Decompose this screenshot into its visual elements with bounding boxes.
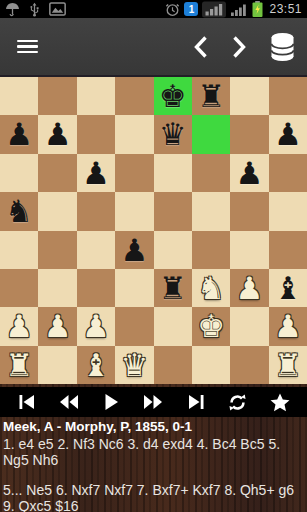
- piece-black-king[interactable]: ♚: [154, 77, 192, 115]
- square-f5[interactable]: [192, 192, 230, 230]
- chevron-right-icon: [230, 35, 249, 59]
- square-c2[interactable]: ♟: [77, 307, 115, 345]
- square-c1[interactable]: ♝: [77, 346, 115, 384]
- square-e1[interactable]: [154, 346, 192, 384]
- piece-black-pawn[interactable]: ♟: [77, 154, 115, 192]
- favorite-button[interactable]: [263, 389, 297, 415]
- usb-icon: [29, 2, 40, 17]
- piece-white-queen[interactable]: ♛: [115, 346, 153, 384]
- square-b7[interactable]: ♟: [38, 115, 76, 153]
- piece-black-pawn[interactable]: ♟: [38, 115, 76, 153]
- square-d2[interactable]: [115, 307, 153, 345]
- square-h8[interactable]: [269, 77, 307, 115]
- skip-to-start-button[interactable]: [10, 389, 44, 415]
- piece-black-knight[interactable]: ♞: [0, 192, 38, 230]
- alarm-clock-icon: [165, 2, 180, 17]
- piece-white-rook[interactable]: ♜: [0, 346, 38, 384]
- notification-badge: 1: [184, 2, 198, 16]
- square-b2[interactable]: ♟: [38, 307, 76, 345]
- square-b3[interactable]: [38, 269, 76, 307]
- piece-white-rook[interactable]: ♜: [269, 346, 307, 384]
- square-a6[interactable]: [0, 154, 38, 192]
- mainline-moves[interactable]: 1. e4 e5 2. Nf3 Nc6 3. d4 exd4 4. Bc4 Bc…: [3, 437, 304, 468]
- app-screen: 1 23:51: [0, 0, 307, 512]
- square-e4[interactable]: [154, 231, 192, 269]
- square-c4[interactable]: [77, 231, 115, 269]
- piece-black-queen[interactable]: ♛: [154, 115, 192, 153]
- database-button[interactable]: [269, 32, 296, 62]
- square-g6[interactable]: ♟: [230, 154, 268, 192]
- status-right-icons: 1 23:51: [165, 1, 302, 18]
- fast-forward-icon: [143, 394, 163, 410]
- square-h6[interactable]: [269, 154, 307, 192]
- database-icon: [269, 32, 296, 62]
- square-g7[interactable]: [230, 115, 268, 153]
- piece-black-bishop[interactable]: ♝: [269, 269, 307, 307]
- square-b4[interactable]: [38, 231, 76, 269]
- piece-black-rook[interactable]: ♜: [154, 269, 192, 307]
- next-game-button[interactable]: [230, 35, 249, 59]
- piece-black-pawn[interactable]: ♟: [0, 115, 38, 153]
- chevron-left-icon: [191, 35, 210, 59]
- square-a8[interactable]: [0, 77, 38, 115]
- piece-white-bishop[interactable]: ♝: [77, 346, 115, 384]
- square-d4[interactable]: ♟: [115, 231, 153, 269]
- square-f1[interactable]: [192, 346, 230, 384]
- menu-bar: [17, 45, 38, 48]
- square-d3[interactable]: [115, 269, 153, 307]
- rewind-icon: [59, 394, 79, 410]
- bottom-panel: Meek, A - Morphy, P, 1855, 0-1 1. e4 e5 …: [0, 384, 307, 512]
- clock-time: 23:51: [267, 2, 302, 16]
- square-a2[interactable]: ♟: [0, 307, 38, 345]
- action-bar-right: [191, 32, 296, 62]
- square-d5[interactable]: [115, 192, 153, 230]
- notification-count: 1: [189, 4, 195, 15]
- next-move-button[interactable]: [136, 389, 170, 415]
- star-icon: [270, 393, 290, 412]
- square-b1[interactable]: [38, 346, 76, 384]
- square-d1[interactable]: ♛: [115, 346, 153, 384]
- piece-white-pawn[interactable]: ♟: [38, 307, 76, 345]
- piece-black-pawn[interactable]: ♟: [269, 115, 307, 153]
- gallery-icon: [49, 2, 66, 16]
- square-f4[interactable]: [192, 231, 230, 269]
- chess-board[interactable]: ♚♜♟♟♛♟♟♟♞♟♜♞♟♝♟♟♟♚♟♜♝♛♜: [0, 77, 307, 384]
- play-button[interactable]: [94, 389, 128, 415]
- square-h4[interactable]: [269, 231, 307, 269]
- piece-white-knight[interactable]: ♞: [192, 269, 230, 307]
- piece-black-pawn[interactable]: ♟: [230, 154, 268, 192]
- umbrella-icon: [5, 2, 20, 17]
- status-left-icons: [5, 2, 66, 17]
- square-h5[interactable]: [269, 192, 307, 230]
- cell-signal-icon: [230, 2, 248, 17]
- piece-white-pawn[interactable]: ♟: [230, 269, 268, 307]
- square-b5[interactable]: [38, 192, 76, 230]
- square-f7[interactable]: [192, 115, 230, 153]
- playback-controls: [0, 387, 307, 417]
- square-e7[interactable]: ♛: [154, 115, 192, 153]
- square-c7[interactable]: [77, 115, 115, 153]
- piece-black-rook[interactable]: ♜: [192, 77, 230, 115]
- square-h7[interactable]: ♟: [269, 115, 307, 153]
- refresh-button[interactable]: [221, 389, 255, 415]
- square-e5[interactable]: [154, 192, 192, 230]
- square-b8[interactable]: [38, 77, 76, 115]
- square-g1[interactable]: [230, 346, 268, 384]
- piece-white-king[interactable]: ♚: [192, 307, 230, 345]
- square-g5[interactable]: [230, 192, 268, 230]
- square-b6[interactable]: [38, 154, 76, 192]
- piece-white-pawn[interactable]: ♟: [269, 307, 307, 345]
- square-e6[interactable]: [154, 154, 192, 192]
- piece-black-pawn[interactable]: ♟: [115, 231, 153, 269]
- square-d8[interactable]: [115, 77, 153, 115]
- square-d7[interactable]: [115, 115, 153, 153]
- square-e8[interactable]: ♚: [154, 77, 192, 115]
- square-c3[interactable]: [77, 269, 115, 307]
- square-e2[interactable]: [154, 307, 192, 345]
- square-g4[interactable]: [230, 231, 268, 269]
- square-g8[interactable]: [230, 77, 268, 115]
- square-f8[interactable]: ♜: [192, 77, 230, 115]
- square-f3[interactable]: ♞: [192, 269, 230, 307]
- menu-bar: [17, 51, 38, 54]
- square-g3[interactable]: ♟: [230, 269, 268, 307]
- skip-to-start-icon: [18, 394, 36, 410]
- square-a4[interactable]: [0, 231, 38, 269]
- square-f6[interactable]: [192, 154, 230, 192]
- piece-white-pawn[interactable]: ♟: [0, 307, 38, 345]
- square-c6[interactable]: ♟: [77, 154, 115, 192]
- action-bar: [0, 18, 307, 75]
- refresh-icon: [228, 393, 247, 412]
- piece-white-pawn[interactable]: ♟: [77, 307, 115, 345]
- variation-moves[interactable]: 5... Ne5 6. Nxf7 Nxf7 7. Bxf7+ Kxf7 8. Q…: [3, 483, 304, 512]
- skip-to-end-button[interactable]: [179, 389, 213, 415]
- square-h2[interactable]: ♟: [269, 307, 307, 345]
- square-g2[interactable]: [230, 307, 268, 345]
- square-f2[interactable]: ♚: [192, 307, 230, 345]
- square-h3[interactable]: ♝: [269, 269, 307, 307]
- notation-panel: Meek, A - Morphy, P, 1855, 0-1 1. e4 e5 …: [0, 417, 307, 512]
- game-header: Meek, A - Morphy, P, 1855, 0-1: [3, 419, 304, 435]
- menu-button[interactable]: [17, 40, 38, 54]
- square-d6[interactable]: [115, 154, 153, 192]
- play-icon: [103, 393, 119, 411]
- square-c5[interactable]: [77, 192, 115, 230]
- previous-move-button[interactable]: [52, 389, 86, 415]
- menu-bar: [17, 40, 38, 43]
- previous-game-button[interactable]: [191, 35, 210, 59]
- signal-bars-icon: [202, 1, 226, 18]
- skip-to-end-icon: [187, 394, 205, 410]
- square-c8[interactable]: [77, 77, 115, 115]
- square-h1[interactable]: ♜: [269, 346, 307, 384]
- square-a5[interactable]: ♞: [0, 192, 38, 230]
- square-e3[interactable]: ♜: [154, 269, 192, 307]
- battery-charging-icon: [252, 1, 263, 17]
- square-a1[interactable]: ♜: [0, 346, 38, 384]
- square-a3[interactable]: [0, 269, 38, 307]
- square-a7[interactable]: ♟: [0, 115, 38, 153]
- status-bar: 1 23:51: [0, 0, 307, 18]
